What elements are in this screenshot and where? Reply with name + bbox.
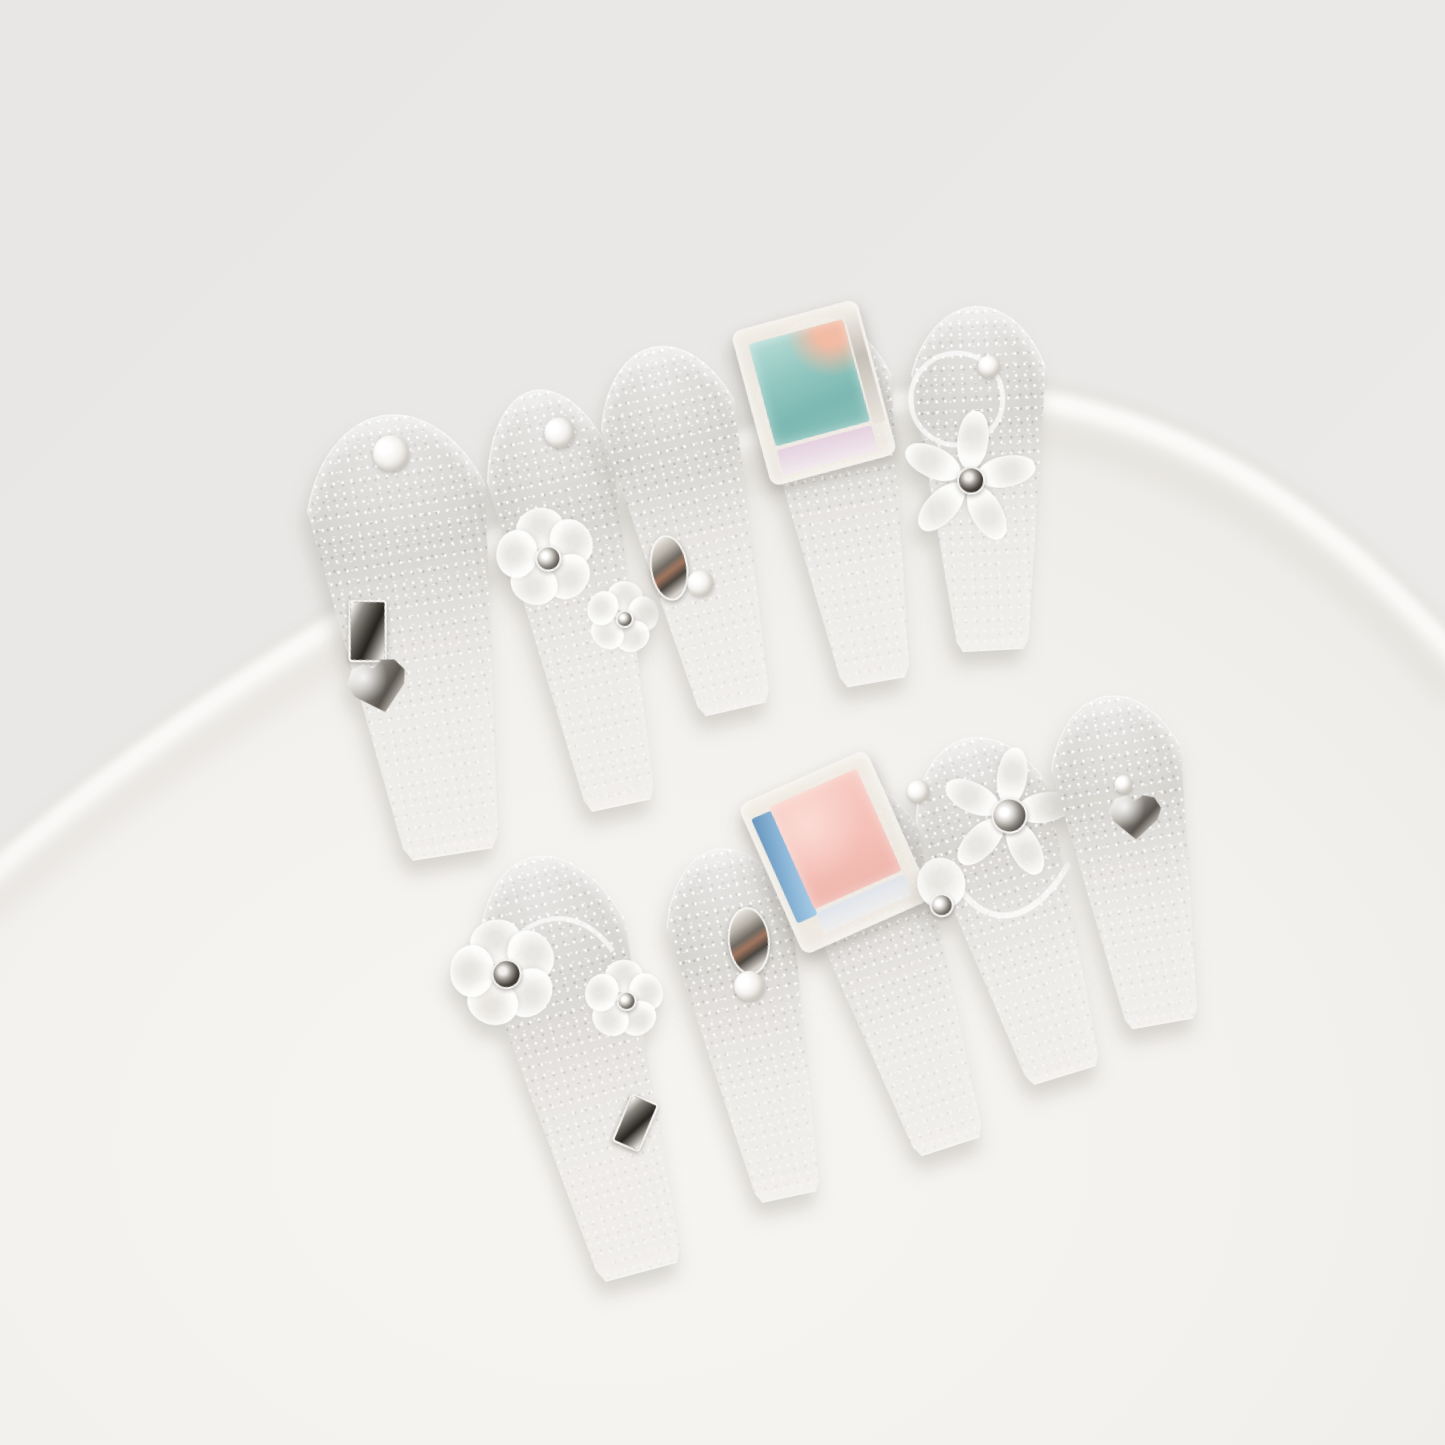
plate-and-background bbox=[0, 0, 1445, 1445]
baguette-gem bbox=[349, 600, 387, 662]
nail-top-5 bbox=[900, 302, 1068, 654]
photo-scene bbox=[0, 0, 1445, 1445]
